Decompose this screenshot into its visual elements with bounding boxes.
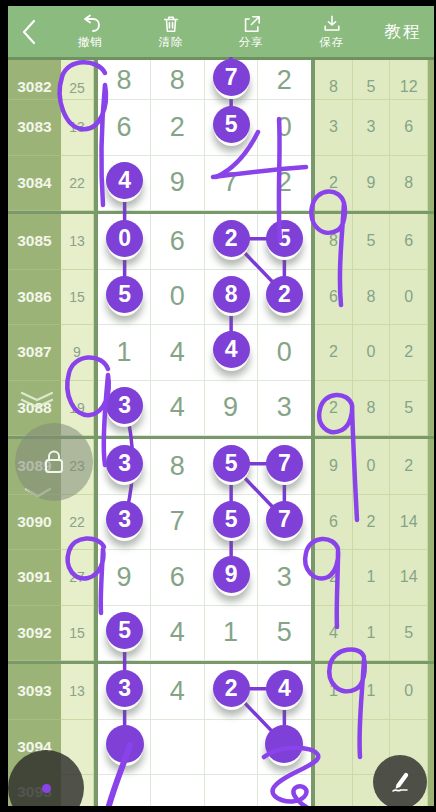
digit-cell[interactable]: 5 xyxy=(258,606,311,662)
digit-cell[interactable]: 5 xyxy=(205,100,258,156)
digit-cell[interactable]: 3 xyxy=(98,495,151,551)
digit-cell[interactable]: 8 xyxy=(98,60,151,100)
digit-cell[interactable]: 5 xyxy=(258,214,311,270)
back-chevron-icon xyxy=(22,19,36,45)
digit-cell[interactable]: 3 xyxy=(98,664,151,720)
stat-cell: 14 xyxy=(390,550,428,606)
digit-cell[interactable]: 2 xyxy=(258,270,311,326)
digit-cell[interactable]: 1 xyxy=(98,325,151,381)
sum-cell: 9 xyxy=(61,325,94,381)
share-button[interactable]: 分享 xyxy=(239,14,264,50)
digit-cell[interactable] xyxy=(205,720,258,776)
digit-cell[interactable]: 4 xyxy=(205,325,258,381)
edge-strip xyxy=(428,550,434,606)
stat-cell: 5 xyxy=(353,214,391,270)
digit-cell[interactable]: 4 xyxy=(151,606,204,662)
stat-cell: 0 xyxy=(390,664,428,720)
digit-cell[interactable]: 6 xyxy=(151,214,204,270)
issue-cell: 3084 xyxy=(8,156,61,212)
clear-label: 清除 xyxy=(158,35,183,50)
digit-cell[interactable]: 3 xyxy=(98,381,151,437)
stat-cell: 8 xyxy=(315,214,353,270)
digit-cell[interactable]: 8 xyxy=(151,439,204,495)
digit-cell[interactable] xyxy=(205,775,258,806)
phone-screen: 撤销 清除 分享 保存 xyxy=(0,0,436,812)
digit-cell[interactable]: 7 xyxy=(151,495,204,551)
digit-cell[interactable]: 4 xyxy=(151,664,204,720)
undo-icon xyxy=(79,14,101,34)
digit-cell[interactable]: 3 xyxy=(98,439,151,495)
stat-cell xyxy=(315,720,353,776)
digit-cell[interactable]: 2 xyxy=(258,60,311,100)
stat-cell: 2 xyxy=(315,325,353,381)
stat-cell: 1 xyxy=(353,606,391,662)
stat-cell: 8 xyxy=(315,60,353,100)
digit-cell[interactable]: 5 xyxy=(205,495,258,551)
stat-cell: 6 xyxy=(390,100,428,156)
stat-cell: 6 xyxy=(390,214,428,270)
issue-cell: 3087 xyxy=(8,325,61,381)
stat-cell: 3 xyxy=(315,100,353,156)
stat-cell: 8 xyxy=(353,270,391,326)
digit-cell[interactable]: 9 xyxy=(98,550,151,606)
tutorial-button[interactable]: 教程 xyxy=(372,21,434,43)
digit-cell[interactable] xyxy=(151,720,204,776)
digit-cell[interactable]: 6 xyxy=(151,550,204,606)
trash-icon xyxy=(161,14,181,34)
digit-cell[interactable]: 8 xyxy=(205,270,258,326)
digit-cell[interactable]: 5 xyxy=(98,270,151,326)
edge-strip xyxy=(428,270,434,326)
stat-cell: 0 xyxy=(390,270,428,326)
sum-cell: 15 xyxy=(61,606,94,662)
digit-cell[interactable]: 6 xyxy=(98,100,151,156)
stat-cell: 9 xyxy=(315,439,353,495)
digit-cell[interactable]: 2 xyxy=(205,664,258,720)
toolbar-buttons: 撤销 清除 分享 保存 xyxy=(50,14,372,50)
sum-cell: 13 xyxy=(61,100,94,156)
digit-cell[interactable]: 7 xyxy=(205,156,258,212)
stat-cell: 4 xyxy=(315,606,353,662)
digit-cell[interactable]: 4 xyxy=(258,664,311,720)
sum-cell: 15 xyxy=(61,270,94,326)
edge-strip xyxy=(428,214,434,270)
stat-cell: 2 xyxy=(315,550,353,606)
edge-strip xyxy=(428,156,434,212)
digit-cell[interactable]: 0 xyxy=(258,100,311,156)
stat-cell: 12 xyxy=(390,60,428,100)
trend-chart-app: 撤销 清除 分享 保存 xyxy=(8,6,434,806)
issue-cell: 3092 xyxy=(8,606,61,662)
digit-cell[interactable]: 5 xyxy=(98,606,151,662)
digit-cell[interactable]: 7 xyxy=(258,495,311,551)
digit-cell[interactable]: 4 xyxy=(151,381,204,437)
issue-cell: 3091 xyxy=(8,550,61,606)
stat-cell: 1 xyxy=(315,664,353,720)
sum-cell: 22 xyxy=(61,495,94,551)
toolbar: 撤销 清除 分享 保存 xyxy=(8,6,434,57)
digit-cell[interactable] xyxy=(98,720,151,776)
stat-cell: 5 xyxy=(390,606,428,662)
lock-icon xyxy=(39,447,69,477)
edge-strip xyxy=(428,664,434,720)
issue-cell: 3090 xyxy=(8,495,61,551)
stat-cell: 6 xyxy=(315,270,353,326)
digit-cell[interactable] xyxy=(98,775,151,806)
stat-cell: 2 xyxy=(353,495,391,551)
digit-cell[interactable]: 3 xyxy=(258,550,311,606)
stat-cell: 6 xyxy=(315,495,353,551)
sum-cell: 27 xyxy=(61,550,94,606)
digit-cell[interactable]: 9 xyxy=(205,381,258,437)
edge-strip xyxy=(428,495,434,551)
undo-button[interactable]: 撤销 xyxy=(78,14,103,50)
issue-cell: 3085 xyxy=(8,214,61,270)
edge-strip xyxy=(428,381,434,437)
digit-cell[interactable]: 7 xyxy=(205,60,258,100)
scroll-lock-button[interactable] xyxy=(15,423,93,501)
stat-cell: 2 xyxy=(315,381,353,437)
issue-cell: 3083 xyxy=(8,100,61,156)
digit-cell[interactable]: 9 xyxy=(205,550,258,606)
digit-cell[interactable] xyxy=(258,720,311,776)
edge-strip xyxy=(428,606,434,662)
digit-cell[interactable]: 3 xyxy=(258,381,311,437)
digit-cell[interactable]: 2 xyxy=(205,214,258,270)
digit-cell[interactable]: 8 xyxy=(151,60,204,100)
digit-cell[interactable] xyxy=(151,775,204,806)
stat-cell: 5 xyxy=(353,60,391,100)
issue-cell: 3086 xyxy=(8,270,61,326)
digit-cell[interactable]: 4 xyxy=(98,156,151,212)
sum-cell: 13 xyxy=(61,214,94,270)
stat-cell: 2 xyxy=(315,156,353,212)
pencil-icon xyxy=(386,768,414,796)
digit-cell[interactable]: 5 xyxy=(205,439,258,495)
save-label: 保存 xyxy=(319,35,344,50)
issue-cell: 3093 xyxy=(8,664,61,720)
sum-cell: 25 xyxy=(61,60,94,100)
digit-cell[interactable]: 7 xyxy=(258,439,311,495)
stat-cell: 2 xyxy=(390,325,428,381)
stat-cell: 0 xyxy=(353,325,391,381)
digit-cell[interactable]: 9 xyxy=(151,156,204,212)
edge-strip xyxy=(428,439,434,495)
digit-cell[interactable]: 1 xyxy=(205,606,258,662)
sum-cell: 22 xyxy=(61,156,94,212)
pen-color-dot xyxy=(42,784,51,793)
back-button[interactable] xyxy=(8,6,50,57)
digit-cell[interactable]: 2 xyxy=(258,156,311,212)
digit-cell[interactable]: 0 xyxy=(98,214,151,270)
download-icon xyxy=(322,14,342,34)
edge-strip xyxy=(428,60,434,100)
stat-cell: 9 xyxy=(353,156,391,212)
stat-cell: 14 xyxy=(390,495,428,551)
edge-strip xyxy=(428,325,434,381)
share-label: 分享 xyxy=(239,35,264,50)
digit-cell[interactable]: 4 xyxy=(151,325,204,381)
save-button[interactable]: 保存 xyxy=(319,14,344,50)
stat-cell: 8 xyxy=(353,381,391,437)
digit-cell[interactable]: 0 xyxy=(151,270,204,326)
share-icon xyxy=(241,14,261,34)
undo-label: 撤销 xyxy=(78,35,103,50)
clear-button[interactable]: 清除 xyxy=(158,14,183,50)
stat-cell xyxy=(315,775,353,806)
digit-cell[interactable]: 0 xyxy=(258,325,311,381)
digit-cell[interactable]: 2 xyxy=(151,100,204,156)
stat-cell: 2 xyxy=(390,439,428,495)
stat-cell: 5 xyxy=(390,381,428,437)
stat-cell: 3 xyxy=(353,100,391,156)
edge-strip xyxy=(428,720,434,776)
stat-cell: 0 xyxy=(353,439,391,495)
edge-strip xyxy=(428,100,434,156)
digit-cell[interactable] xyxy=(258,775,311,806)
edge-strip xyxy=(428,775,434,806)
draw-mode-button[interactable] xyxy=(373,755,427,806)
sum-cell: 13 xyxy=(61,664,94,720)
stat-cell: 1 xyxy=(353,664,391,720)
stat-cell: 1 xyxy=(353,550,391,606)
stat-cell: 8 xyxy=(390,156,428,212)
issue-cell: 3082 xyxy=(8,60,61,100)
